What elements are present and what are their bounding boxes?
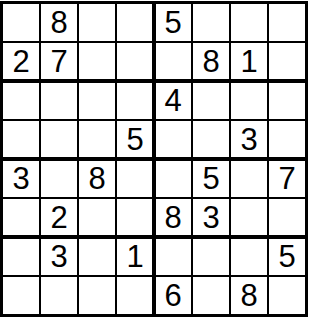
cell-r4c3[interactable]	[79, 121, 115, 158]
cell-r7c3[interactable]	[79, 238, 115, 275]
cell-r4c1[interactable]	[3, 121, 39, 158]
cell-r7c4[interactable]: 1	[117, 238, 153, 275]
cell-r4c5[interactable]	[155, 121, 191, 158]
cell-r5c3[interactable]: 8	[79, 160, 115, 197]
cell-r6c8[interactable]	[269, 199, 305, 236]
cell-r1c7[interactable]	[231, 4, 267, 41]
cell-r3c2[interactable]	[41, 82, 77, 119]
cell-r4c2[interactable]	[41, 121, 77, 158]
cell-r5c7[interactable]	[231, 160, 267, 197]
cell-r5c1[interactable]: 3	[3, 160, 39, 197]
cell-r7c1[interactable]	[3, 238, 39, 275]
cell-r2c7[interactable]: 1	[231, 43, 267, 80]
cell-r8c6[interactable]	[193, 277, 229, 314]
cell-r5c2[interactable]	[41, 160, 77, 197]
cell-r5c6[interactable]: 5	[193, 160, 229, 197]
cell-r3c4[interactable]	[117, 82, 153, 119]
cell-r1c3[interactable]	[79, 4, 115, 41]
cell-r7c7[interactable]	[231, 238, 267, 275]
cell-r1c5[interactable]: 5	[155, 4, 191, 41]
cell-r6c2[interactable]: 2	[41, 199, 77, 236]
cell-r6c6[interactable]: 3	[193, 199, 229, 236]
cell-r3c5[interactable]: 4	[155, 82, 191, 119]
sudoku-board: 852781453385728331568	[0, 1, 308, 317]
cell-r6c4[interactable]	[117, 199, 153, 236]
cell-r8c1[interactable]	[3, 277, 39, 314]
cell-r2c4[interactable]	[117, 43, 153, 80]
cell-r8c4[interactable]	[117, 277, 153, 314]
cell-r6c7[interactable]	[231, 199, 267, 236]
cell-r2c2[interactable]: 7	[41, 43, 77, 80]
cell-r3c3[interactable]	[79, 82, 115, 119]
cell-r1c6[interactable]	[193, 4, 229, 41]
sudoku-page: 852781453385728331568	[0, 0, 312, 320]
cell-r3c1[interactable]	[3, 82, 39, 119]
cell-r4c6[interactable]	[193, 121, 229, 158]
cell-r4c4[interactable]: 5	[117, 121, 153, 158]
cell-r5c8[interactable]: 7	[269, 160, 305, 197]
cell-r2c3[interactable]	[79, 43, 115, 80]
cell-r3c7[interactable]	[231, 82, 267, 119]
cell-r8c8[interactable]	[269, 277, 305, 314]
cell-r2c6[interactable]: 8	[193, 43, 229, 80]
cell-r2c1[interactable]: 2	[3, 43, 39, 80]
cell-r2c8[interactable]	[269, 43, 305, 80]
cell-r3c8[interactable]	[269, 82, 305, 119]
cell-r7c5[interactable]	[155, 238, 191, 275]
cell-r6c5[interactable]: 8	[155, 199, 191, 236]
cell-r7c8[interactable]: 5	[269, 238, 305, 275]
cell-r1c2[interactable]: 8	[41, 4, 77, 41]
cell-r4c8[interactable]	[269, 121, 305, 158]
cell-r8c2[interactable]	[41, 277, 77, 314]
cell-r6c3[interactable]	[79, 199, 115, 236]
cell-r2c5[interactable]	[155, 43, 191, 80]
cell-r4c7[interactable]: 3	[231, 121, 267, 158]
cell-r7c6[interactable]	[193, 238, 229, 275]
sudoku-cell-grid: 852781453385728331568	[3, 4, 305, 314]
cell-r6c1[interactable]	[3, 199, 39, 236]
cell-r1c4[interactable]	[117, 4, 153, 41]
cell-r3c6[interactable]	[193, 82, 229, 119]
cell-r8c5[interactable]: 6	[155, 277, 191, 314]
cell-r5c5[interactable]	[155, 160, 191, 197]
cell-r1c1[interactable]	[3, 4, 39, 41]
cell-r8c3[interactable]	[79, 277, 115, 314]
cell-r8c7[interactable]: 8	[231, 277, 267, 314]
cell-r5c4[interactable]	[117, 160, 153, 197]
cell-r1c8[interactable]	[269, 4, 305, 41]
cell-r7c2[interactable]: 3	[41, 238, 77, 275]
